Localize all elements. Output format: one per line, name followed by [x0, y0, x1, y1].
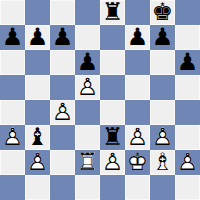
square-a2[interactable]	[0, 150, 25, 175]
square-h3[interactable]	[175, 125, 200, 150]
square-f3[interactable]: ♟♙	[125, 125, 150, 150]
square-h7[interactable]	[175, 25, 200, 50]
square-e7[interactable]	[100, 25, 125, 50]
square-a1[interactable]	[0, 175, 25, 200]
square-f5[interactable]	[125, 75, 150, 100]
square-e3[interactable]: ♜	[100, 125, 125, 150]
square-b8[interactable]	[25, 0, 50, 25]
square-e1[interactable]	[100, 175, 125, 200]
white-pawn-piece-fill: ♟	[100, 150, 125, 175]
square-a5[interactable]	[0, 75, 25, 100]
square-d8[interactable]	[75, 0, 100, 25]
square-b1[interactable]	[25, 175, 50, 200]
square-a8[interactable]	[0, 0, 25, 25]
square-e5[interactable]	[100, 75, 125, 100]
white-pawn-piece: ♙	[25, 150, 50, 175]
square-e8[interactable]: ♜	[100, 0, 125, 25]
square-g8[interactable]: ♚	[150, 0, 175, 25]
square-b5[interactable]	[25, 75, 50, 100]
square-b6[interactable]	[25, 50, 50, 75]
square-b4[interactable]	[25, 100, 50, 125]
white-pawn-piece: ♙	[75, 75, 100, 100]
square-h8[interactable]	[175, 0, 200, 25]
square-f7[interactable]: ♟	[125, 25, 150, 50]
square-f2[interactable]: ♚♔	[125, 150, 150, 175]
white-king-piece-fill: ♚	[125, 150, 150, 175]
black-rook-piece: ♜	[100, 0, 125, 25]
square-f8[interactable]	[125, 0, 150, 25]
white-pawn-piece: ♙	[125, 125, 150, 150]
square-b3[interactable]: ♝	[25, 125, 50, 150]
black-bishop-piece: ♝	[25, 125, 50, 150]
square-d3[interactable]	[75, 125, 100, 150]
square-d1[interactable]	[75, 175, 100, 200]
white-bishop-piece: ♗	[150, 150, 175, 175]
white-pawn-piece-fill: ♟	[150, 125, 175, 150]
white-pawn-piece: ♙	[100, 150, 125, 175]
square-a3[interactable]: ♟♙	[0, 125, 25, 150]
square-d7[interactable]	[75, 25, 100, 50]
square-h5[interactable]	[175, 75, 200, 100]
white-pawn-piece-fill: ♟	[0, 125, 25, 150]
black-pawn-piece: ♟	[75, 50, 100, 75]
square-a4[interactable]	[0, 100, 25, 125]
square-c8[interactable]	[50, 0, 75, 25]
white-pawn-piece: ♙	[175, 150, 200, 175]
black-pawn-piece: ♟	[25, 25, 50, 50]
white-pawn-piece-fill: ♟	[125, 125, 150, 150]
square-g6[interactable]	[150, 50, 175, 75]
black-pawn-piece: ♟	[175, 50, 200, 75]
square-g4[interactable]	[150, 100, 175, 125]
square-e6[interactable]	[100, 50, 125, 75]
square-h4[interactable]	[175, 100, 200, 125]
square-g5[interactable]	[150, 75, 175, 100]
square-b2[interactable]: ♟♙	[25, 150, 50, 175]
square-f1[interactable]	[125, 175, 150, 200]
black-rook-piece: ♜	[100, 125, 125, 150]
square-c3[interactable]	[50, 125, 75, 150]
white-pawn-piece-fill: ♟	[25, 150, 50, 175]
black-king-piece: ♚	[150, 0, 175, 25]
white-pawn-piece: ♙	[0, 125, 25, 150]
black-pawn-piece: ♟	[50, 25, 75, 50]
white-king-piece: ♔	[125, 150, 150, 175]
white-pawn-piece: ♙	[50, 100, 75, 125]
square-g7[interactable]: ♟	[150, 25, 175, 50]
square-g2[interactable]: ♝♗	[150, 150, 175, 175]
black-pawn-piece: ♟	[150, 25, 175, 50]
square-g3[interactable]: ♟♙	[150, 125, 175, 150]
chess-board: ♜♚♟♟♟♟♟♟♟♟♙♟♙♟♙♝♜♟♙♟♙♟♙♜♖♟♙♚♔♝♗♟♙	[0, 0, 200, 200]
square-b7[interactable]: ♟	[25, 25, 50, 50]
square-d2[interactable]: ♜♖	[75, 150, 100, 175]
white-pawn-piece-fill: ♟	[75, 75, 100, 100]
square-h2[interactable]: ♟♙	[175, 150, 200, 175]
black-pawn-piece: ♟	[0, 25, 25, 50]
square-f4[interactable]	[125, 100, 150, 125]
white-pawn-piece: ♙	[150, 125, 175, 150]
square-c5[interactable]	[50, 75, 75, 100]
black-pawn-piece: ♟	[125, 25, 150, 50]
square-h1[interactable]	[175, 175, 200, 200]
square-d4[interactable]	[75, 100, 100, 125]
square-c4[interactable]: ♟♙	[50, 100, 75, 125]
white-rook-piece-fill: ♜	[75, 150, 100, 175]
square-d6[interactable]: ♟	[75, 50, 100, 75]
square-e2[interactable]: ♟♙	[100, 150, 125, 175]
square-c1[interactable]	[50, 175, 75, 200]
square-a6[interactable]	[0, 50, 25, 75]
square-h6[interactable]: ♟	[175, 50, 200, 75]
square-c6[interactable]	[50, 50, 75, 75]
white-rook-piece: ♖	[75, 150, 100, 175]
square-c2[interactable]	[50, 150, 75, 175]
square-c7[interactable]: ♟	[50, 25, 75, 50]
square-a7[interactable]: ♟	[0, 25, 25, 50]
square-d5[interactable]: ♟♙	[75, 75, 100, 100]
white-pawn-piece-fill: ♟	[175, 150, 200, 175]
white-pawn-piece-fill: ♟	[50, 100, 75, 125]
square-f6[interactable]	[125, 50, 150, 75]
square-e4[interactable]	[100, 100, 125, 125]
white-bishop-piece-fill: ♝	[150, 150, 175, 175]
square-g1[interactable]	[150, 175, 175, 200]
